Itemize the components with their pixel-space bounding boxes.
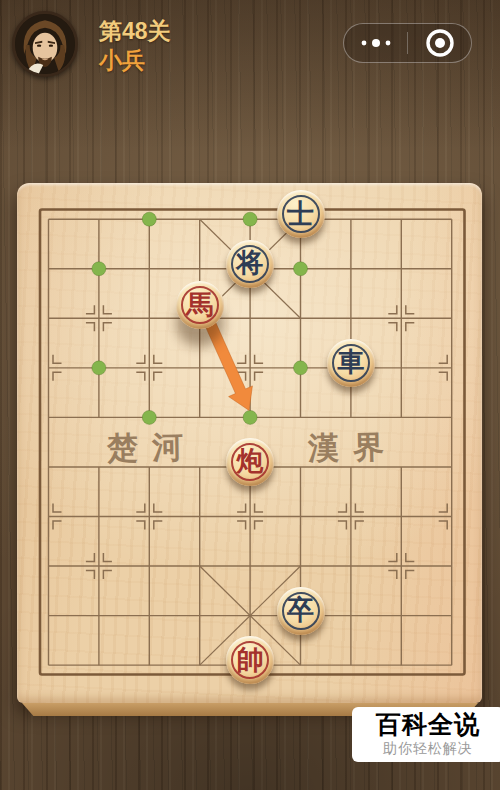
piece-character: 帥 [237,646,264,673]
screen: 第48关 小兵 楚河 漢界 士将馬車炮卒帥 百科全说 助你轻松解决 [0,0,500,790]
piece-character: 卒 [287,596,314,623]
watermark-title: 百科全说 [376,711,480,737]
piece-black-advisor[interactable]: 士 [277,190,325,238]
piece-black-general[interactable]: 将 [226,240,274,288]
watermark-badge: 百科全说 助你轻松解决 [352,707,500,762]
piece-character: 馬 [186,291,213,318]
piece-black-chariot[interactable]: 車 [327,339,375,387]
piece-character: 将 [237,249,264,276]
piece-red-horse[interactable]: 馬 [176,281,224,329]
piece-character: 炮 [237,447,264,474]
watermark-subtitle: 助你轻松解决 [383,740,473,758]
piece-character: 車 [337,348,364,375]
piece-character: 士 [287,200,314,227]
piece-layer: 士将馬車炮卒帥 [0,0,500,790]
piece-red-cannon[interactable]: 炮 [226,438,274,486]
piece-red-general[interactable]: 帥 [226,636,274,684]
piece-black-soldier[interactable]: 卒 [277,587,325,635]
